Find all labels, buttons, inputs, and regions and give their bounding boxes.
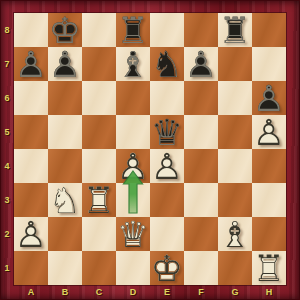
- file-label-b: B: [48, 285, 82, 300]
- piece-black-bishop[interactable]: ♝♗: [116, 47, 150, 81]
- square-a8[interactable]: [14, 13, 48, 47]
- piece-white-pawn[interactable]: ♟♙: [116, 149, 150, 183]
- square-g3[interactable]: [218, 183, 252, 217]
- square-e4[interactable]: ♟♙: [150, 149, 184, 183]
- square-f8[interactable]: [184, 13, 218, 47]
- square-g1[interactable]: [218, 251, 252, 285]
- square-e7[interactable]: ♞♘: [150, 47, 184, 81]
- square-d2[interactable]: ♛♕: [116, 217, 150, 251]
- square-a6[interactable]: [14, 81, 48, 115]
- square-b1[interactable]: [48, 251, 82, 285]
- square-e1[interactable]: ♚♔: [150, 251, 184, 285]
- square-f7[interactable]: ♟♙: [184, 47, 218, 81]
- square-d8[interactable]: ♜♖: [116, 13, 150, 47]
- rank-label-5: 5: [0, 115, 14, 149]
- file-label-h: H: [252, 285, 286, 300]
- piece-black-pawn[interactable]: ♟♙: [252, 81, 286, 115]
- piece-white-pawn[interactable]: ♟♙: [150, 149, 184, 183]
- square-g6[interactable]: [218, 81, 252, 115]
- rank-label-1: 1: [0, 251, 14, 285]
- square-h5[interactable]: ♟♙: [252, 115, 286, 149]
- file-label-d: D: [116, 285, 150, 300]
- piece-white-pawn[interactable]: ♟♙: [252, 115, 286, 149]
- square-a5[interactable]: [14, 115, 48, 149]
- square-b7[interactable]: ♟♙: [48, 47, 82, 81]
- square-e5[interactable]: ♛♕: [150, 115, 184, 149]
- piece-black-pawn[interactable]: ♟♙: [14, 47, 48, 81]
- square-c1[interactable]: [82, 251, 116, 285]
- square-b2[interactable]: [48, 217, 82, 251]
- square-g7[interactable]: [218, 47, 252, 81]
- file-label-a: A: [14, 285, 48, 300]
- square-c2[interactable]: [82, 217, 116, 251]
- piece-black-queen[interactable]: ♛♕: [150, 115, 184, 149]
- rank-label-4: 4: [0, 149, 14, 183]
- chess-board: ♚♔♜♖♜♖♟♙♟♙♝♗♞♘♟♙♟♙♛♕♟♙♟♙♟♙♞♘♜♖♟♙♛♕♝♗♚♔♜♖: [14, 13, 286, 285]
- piece-white-queen[interactable]: ♛♕: [116, 217, 150, 251]
- square-h3[interactable]: [252, 183, 286, 217]
- square-b5[interactable]: [48, 115, 82, 149]
- piece-black-pawn[interactable]: ♟♙: [48, 47, 82, 81]
- piece-black-pawn[interactable]: ♟♙: [184, 47, 218, 81]
- square-h2[interactable]: [252, 217, 286, 251]
- square-f2[interactable]: [184, 217, 218, 251]
- square-e8[interactable]: [150, 13, 184, 47]
- piece-white-rook[interactable]: ♜♖: [252, 251, 286, 285]
- rank-label-6: 6: [0, 81, 14, 115]
- square-d7[interactable]: ♝♗: [116, 47, 150, 81]
- square-h7[interactable]: [252, 47, 286, 81]
- piece-white-knight[interactable]: ♞♘: [48, 183, 82, 217]
- piece-white-bishop[interactable]: ♝♗: [218, 217, 252, 251]
- square-a2[interactable]: ♟♙: [14, 217, 48, 251]
- chess-board-frame: ♚♔♜♖♜♖♟♙♟♙♝♗♞♘♟♙♟♙♛♕♟♙♟♙♟♙♞♘♜♖♟♙♛♕♝♗♚♔♜♖…: [0, 0, 300, 300]
- square-f3[interactable]: [184, 183, 218, 217]
- square-c4[interactable]: [82, 149, 116, 183]
- square-f1[interactable]: [184, 251, 218, 285]
- square-d5[interactable]: [116, 115, 150, 149]
- file-label-c: C: [82, 285, 116, 300]
- square-g4[interactable]: [218, 149, 252, 183]
- square-d6[interactable]: [116, 81, 150, 115]
- piece-black-knight[interactable]: ♞♘: [150, 47, 184, 81]
- square-a1[interactable]: [14, 251, 48, 285]
- rank-label-3: 3: [0, 183, 14, 217]
- square-f4[interactable]: [184, 149, 218, 183]
- square-f6[interactable]: [184, 81, 218, 115]
- file-label-g: G: [218, 285, 252, 300]
- piece-black-king[interactable]: ♚♔: [48, 13, 82, 47]
- square-c6[interactable]: [82, 81, 116, 115]
- square-g5[interactable]: [218, 115, 252, 149]
- rank-label-2: 2: [0, 217, 14, 251]
- piece-white-pawn[interactable]: ♟♙: [14, 217, 48, 251]
- square-e2[interactable]: [150, 217, 184, 251]
- piece-black-rook[interactable]: ♜♖: [218, 13, 252, 47]
- square-h1[interactable]: ♜♖: [252, 251, 286, 285]
- piece-black-rook[interactable]: ♜♖: [116, 13, 150, 47]
- square-a3[interactable]: [14, 183, 48, 217]
- piece-white-king[interactable]: ♚♔: [150, 251, 184, 285]
- square-h8[interactable]: [252, 13, 286, 47]
- file-label-f: F: [184, 285, 218, 300]
- square-b6[interactable]: [48, 81, 82, 115]
- square-c5[interactable]: [82, 115, 116, 149]
- square-g2[interactable]: ♝♗: [218, 217, 252, 251]
- square-e6[interactable]: [150, 81, 184, 115]
- square-d3[interactable]: [116, 183, 150, 217]
- square-d4[interactable]: ♟♙: [116, 149, 150, 183]
- square-c7[interactable]: [82, 47, 116, 81]
- rank-label-7: 7: [0, 47, 14, 81]
- square-b3[interactable]: ♞♘: [48, 183, 82, 217]
- square-c8[interactable]: [82, 13, 116, 47]
- piece-white-rook[interactable]: ♜♖: [82, 183, 116, 217]
- square-g8[interactable]: ♜♖: [218, 13, 252, 47]
- square-b4[interactable]: [48, 149, 82, 183]
- square-d1[interactable]: [116, 251, 150, 285]
- square-c3[interactable]: ♜♖: [82, 183, 116, 217]
- square-h4[interactable]: [252, 149, 286, 183]
- square-b8[interactable]: ♚♔: [48, 13, 82, 47]
- square-a7[interactable]: ♟♙: [14, 47, 48, 81]
- square-f5[interactable]: [184, 115, 218, 149]
- file-label-e: E: [150, 285, 184, 300]
- square-h6[interactable]: ♟♙: [252, 81, 286, 115]
- square-e3[interactable]: [150, 183, 184, 217]
- square-a4[interactable]: [14, 149, 48, 183]
- rank-label-8: 8: [0, 13, 14, 47]
